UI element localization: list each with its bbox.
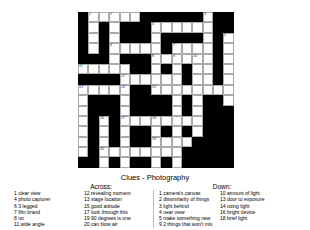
black-cell [140, 64, 150, 74]
grid-cell[interactable] [120, 126, 130, 136]
grid-cell[interactable]: 10 [192, 54, 202, 64]
black-cell [192, 33, 202, 43]
clues-divider [153, 190, 154, 228]
grid-cell[interactable] [109, 147, 119, 157]
grid-cell[interactable] [78, 106, 88, 116]
black-cell [213, 22, 223, 32]
across-clues-column-1: 1 clear view4 photo capturer6 3 legged7 … [14, 191, 50, 228]
grid-cell[interactable] [99, 137, 109, 147]
grid-cell[interactable] [78, 137, 88, 147]
grid-cell[interactable] [223, 95, 233, 105]
black-cell [88, 95, 98, 105]
grid-cell[interactable]: 20 [99, 147, 109, 157]
black-cell [203, 137, 213, 147]
black-cell [223, 12, 233, 22]
page: { "game": "crossword", "title": "Clues -… [0, 0, 310, 230]
black-cell [140, 54, 150, 64]
grid-cell[interactable] [109, 64, 119, 74]
clue-number: 8 [152, 54, 154, 57]
black-cell [172, 12, 182, 22]
grid-cell[interactable] [223, 74, 233, 84]
clue-number: 1 [89, 12, 91, 15]
black-cell [192, 147, 202, 157]
grid-cell[interactable] [172, 157, 182, 167]
grid-cell[interactable] [78, 147, 88, 157]
black-cell [213, 126, 223, 136]
grid-cell[interactable] [223, 54, 233, 64]
grid-cell[interactable] [172, 64, 182, 74]
black-cell [130, 157, 140, 167]
black-cell [213, 64, 223, 74]
black-cell [223, 137, 233, 147]
clue-number: 16 [100, 116, 104, 119]
black-cell [161, 95, 171, 105]
clue-number: 5 [224, 33, 226, 36]
clues-title: Clues - Photography [0, 173, 310, 182]
black-cell [213, 33, 223, 43]
clue-item: 11 wide angle [14, 222, 50, 228]
black-cell [130, 64, 140, 74]
black-cell [140, 157, 150, 167]
grid-cell[interactable]: 9 [172, 54, 182, 64]
across-header: Across: [71, 183, 131, 191]
black-cell [182, 157, 192, 167]
black-cell [78, 157, 88, 167]
clue-number: 11 [79, 64, 83, 67]
clue-item: 13 door to exposure [220, 197, 264, 203]
black-cell [213, 116, 223, 126]
grid-cell[interactable] [151, 126, 161, 136]
clue-number: 3 [204, 12, 206, 15]
grid-cell[interactable] [130, 43, 140, 53]
grid-cell[interactable] [172, 116, 182, 126]
black-cell [140, 33, 150, 43]
grid-cell[interactable] [120, 147, 130, 157]
clues-section: Clues - Photography Across: Down: 1 clea… [0, 172, 310, 230]
grid-cell[interactable] [151, 43, 161, 53]
black-cell [161, 43, 171, 53]
black-cell [109, 74, 119, 84]
black-cell [203, 147, 213, 157]
grid-cell[interactable] [88, 22, 98, 32]
black-cell [213, 147, 223, 157]
grid-cell[interactable] [120, 43, 130, 53]
black-cell [99, 74, 109, 84]
grid-cell[interactable]: 7 [172, 43, 182, 53]
grid-cell[interactable] [151, 147, 161, 157]
grid-cell[interactable] [182, 43, 192, 53]
clue-number: 20 [100, 147, 104, 150]
black-cell [130, 95, 140, 105]
black-cell [130, 137, 140, 147]
black-cell [109, 157, 119, 167]
grid-cell[interactable]: 14 [120, 85, 130, 95]
clue-item: 18 brief light [220, 215, 264, 221]
black-cell [88, 137, 98, 147]
grid-cell[interactable] [161, 116, 171, 126]
black-cell [223, 22, 233, 32]
clue-number: 13 [79, 85, 83, 88]
grid-cell[interactable]: 1 [88, 12, 98, 22]
black-cell [99, 33, 109, 43]
black-cell [182, 126, 192, 136]
clue-number: 9 [173, 54, 175, 57]
grid-cell[interactable] [203, 43, 213, 53]
grid-cell[interactable] [192, 85, 202, 95]
black-cell [78, 22, 88, 32]
black-cell [182, 147, 192, 157]
grid-cell[interactable] [109, 33, 119, 43]
grid-cell[interactable] [109, 54, 119, 64]
grid-cell[interactable] [172, 106, 182, 116]
black-cell [99, 95, 109, 105]
clue-number: 2 [110, 12, 112, 15]
black-cell [78, 74, 88, 84]
grid-cell[interactable]: 19 [151, 137, 161, 147]
grid-cell[interactable] [140, 74, 150, 84]
black-cell [223, 157, 233, 167]
grid-cell[interactable] [161, 74, 171, 84]
grid-cell[interactable] [192, 74, 202, 84]
grid-cell[interactable] [172, 95, 182, 105]
grid-cell[interactable] [172, 22, 182, 32]
black-cell [78, 54, 88, 64]
grid-cell[interactable] [78, 95, 88, 105]
grid-cell[interactable] [182, 54, 192, 64]
black-cell [182, 95, 192, 105]
grid-cell[interactable] [88, 64, 98, 74]
across-clues-column-2: 12 revealing moment13 stage location15 g… [84, 191, 131, 228]
grid-cell[interactable] [161, 85, 171, 95]
black-cell [140, 85, 150, 95]
black-cell [213, 106, 223, 116]
grid-cell[interactable] [99, 157, 109, 167]
grid-cell[interactable] [78, 116, 88, 126]
grid-cell[interactable] [182, 137, 192, 147]
grid-cell[interactable] [203, 85, 213, 95]
black-cell [161, 64, 171, 74]
black-cell [140, 12, 150, 22]
clue-item: 20 can blow air [84, 222, 131, 228]
grid-cell[interactable]: 5 [223, 33, 233, 43]
clue-number: 14 [121, 85, 125, 88]
grid-cell[interactable] [172, 126, 182, 136]
grid-cell[interactable] [172, 147, 182, 157]
grid-cell[interactable] [203, 33, 213, 43]
grid-cell[interactable]: 13 [78, 85, 88, 95]
black-cell [88, 157, 98, 167]
grid-cell[interactable] [192, 43, 202, 53]
grid-cell[interactable] [172, 85, 182, 95]
grid-cell[interactable] [130, 74, 140, 84]
black-cell [109, 126, 119, 136]
grid-cell[interactable] [120, 12, 130, 22]
black-cell [109, 137, 119, 147]
clue-item: 2 dissimilarity of things [159, 197, 212, 203]
black-cell [140, 95, 150, 105]
black-cell [161, 12, 171, 22]
black-cell [78, 12, 88, 22]
grid-cell[interactable] [151, 64, 161, 74]
grid-cell[interactable] [99, 12, 109, 22]
black-cell [130, 126, 140, 136]
grid-cell[interactable] [192, 116, 202, 126]
clue-number: 4 [152, 22, 154, 25]
black-cell [182, 12, 192, 22]
grid-cell[interactable]: 8 [151, 54, 161, 64]
grid-cell[interactable]: 12 [120, 74, 130, 84]
grid-cell[interactable] [192, 22, 202, 32]
black-cell [151, 95, 161, 105]
black-cell [109, 95, 119, 105]
grid-cell[interactable] [88, 33, 98, 43]
black-cell [130, 22, 140, 32]
grid-cell[interactable] [192, 95, 202, 105]
grid-cell[interactable] [182, 85, 192, 95]
clue-item: 17 look through this [84, 209, 131, 215]
black-cell [203, 95, 213, 105]
black-cell [120, 22, 130, 32]
grid-cell[interactable] [161, 22, 171, 32]
black-cell [151, 106, 161, 116]
black-cell [172, 33, 182, 43]
grid-cell[interactable] [88, 85, 98, 95]
black-cell [223, 126, 233, 136]
grid-cell[interactable] [109, 85, 119, 95]
clue-number: 12 [121, 74, 125, 77]
black-cell [182, 74, 192, 84]
grid-cell[interactable] [151, 74, 161, 84]
black-cell [130, 106, 140, 116]
clue-item: 4 photo capturer [14, 197, 50, 203]
grid-cell[interactable]: 2 [109, 12, 119, 22]
grid-cell[interactable] [182, 116, 192, 126]
black-cell [120, 33, 130, 43]
grid-cell[interactable] [130, 12, 140, 22]
black-cell [213, 137, 223, 147]
grid-cell[interactable] [192, 64, 202, 74]
black-cell [161, 126, 171, 136]
black-cell [213, 95, 223, 105]
clue-number: 19 [152, 137, 156, 140]
down-clues-column-1: 1 camera's canvas2 dissimilarity of thin… [159, 191, 212, 228]
grid-cell[interactable]: 4 [151, 22, 161, 32]
grid-cell[interactable] [99, 64, 109, 74]
black-cell [161, 157, 171, 167]
grid-cell[interactable] [99, 85, 109, 95]
grid-cell[interactable] [120, 106, 130, 116]
black-cell [88, 126, 98, 136]
black-cell [78, 33, 88, 43]
down-header: Down: [192, 183, 252, 191]
grid-cell[interactable]: 17 [120, 116, 130, 126]
black-cell [182, 33, 192, 43]
black-cell [213, 74, 223, 84]
grid-cell[interactable] [120, 95, 130, 105]
black-cell [161, 33, 171, 43]
black-cell [140, 137, 150, 147]
grid-cell[interactable] [130, 147, 140, 157]
black-cell [130, 85, 140, 95]
grid-cell[interactable]: 15 [151, 85, 161, 95]
black-cell [130, 54, 140, 64]
grid-cell[interactable] [120, 157, 130, 167]
black-cell [161, 106, 171, 116]
grid-cell[interactable] [140, 147, 150, 157]
grid-cell[interactable] [88, 43, 98, 53]
black-cell [140, 106, 150, 116]
grid-cell[interactable] [192, 106, 202, 116]
black-cell [213, 43, 223, 53]
grid-cell[interactable] [203, 64, 213, 74]
grid-cell[interactable]: 11 [78, 64, 88, 74]
crossword-grid: 1234567891011121314151617181920 [78, 12, 234, 168]
grid-cell[interactable] [203, 22, 213, 32]
black-cell [140, 126, 150, 136]
black-cell [213, 157, 223, 167]
down-clues-column-2: 10 amount of light13 door to exposure14 … [220, 191, 264, 222]
grid-cell[interactable] [140, 116, 150, 126]
black-cell [99, 106, 109, 116]
grid-cell[interactable] [192, 126, 202, 136]
black-cell [140, 22, 150, 32]
grid-cell[interactable] [213, 85, 223, 95]
grid-cell[interactable] [161, 137, 171, 147]
grid-cell[interactable] [223, 64, 233, 74]
grid-cell[interactable] [172, 74, 182, 84]
black-cell [88, 116, 98, 126]
grid-cell[interactable] [151, 33, 161, 43]
grid-cell[interactable] [120, 137, 130, 147]
clue-number: 10 [193, 54, 197, 57]
black-cell [203, 116, 213, 126]
grid-cell[interactable]: 3 [203, 12, 213, 22]
black-cell [88, 54, 98, 64]
clue-number: 7 [173, 43, 175, 46]
black-cell [182, 106, 192, 116]
grid-cell[interactable] [130, 116, 140, 126]
black-cell [223, 106, 233, 116]
grid-cell[interactable] [203, 54, 213, 64]
black-cell [88, 147, 98, 157]
black-cell [78, 43, 88, 53]
black-cell [192, 137, 202, 147]
black-cell [88, 74, 98, 84]
black-cell [213, 12, 223, 22]
black-cell [223, 116, 233, 126]
black-cell [99, 43, 109, 53]
grid-cell[interactable] [151, 157, 161, 167]
black-cell [109, 106, 119, 116]
black-cell [130, 33, 140, 43]
black-cell [99, 54, 109, 64]
grid-cell[interactable] [223, 43, 233, 53]
grid-cell[interactable] [161, 147, 171, 157]
grid-cell[interactable]: 6 [109, 43, 119, 53]
grid-cell[interactable] [172, 137, 182, 147]
clue-number: 15 [152, 85, 156, 88]
grid-cell[interactable] [203, 74, 213, 84]
grid-cell[interactable]: 16 [99, 116, 109, 126]
black-cell [120, 54, 130, 64]
clue-item: 9 2 things that won't mix [159, 222, 212, 228]
grid-cell[interactable] [223, 85, 233, 95]
black-cell [223, 147, 233, 157]
grid-cell[interactable] [109, 22, 119, 32]
grid-cell[interactable] [99, 126, 109, 136]
black-cell [213, 54, 223, 64]
black-cell [203, 126, 213, 136]
grid-cell[interactable] [140, 43, 150, 53]
clue-number: 18 [152, 116, 156, 119]
black-cell [109, 116, 119, 126]
grid-cell[interactable] [161, 54, 171, 64]
clue-number: 17 [121, 116, 125, 119]
black-cell [203, 157, 213, 167]
black-cell [203, 106, 213, 116]
black-cell [88, 106, 98, 116]
grid-cell[interactable] [78, 126, 88, 136]
clue-number: 6 [110, 43, 112, 46]
grid-cell[interactable]: 18 [151, 116, 161, 126]
black-cell [192, 157, 202, 167]
black-cell [182, 64, 192, 74]
black-cell [99, 22, 109, 32]
black-cell [192, 12, 202, 22]
grid-cell[interactable] [182, 22, 192, 32]
